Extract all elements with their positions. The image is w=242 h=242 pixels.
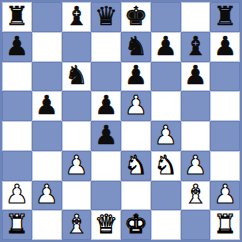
square-e7[interactable]: ♞ — [121, 32, 151, 62]
piece-white-bishop: ♝ — [184, 181, 207, 207]
square-a2[interactable]: ♟ — [2, 181, 32, 211]
square-e4[interactable] — [121, 121, 151, 151]
square-g8[interactable] — [181, 2, 211, 32]
square-d4[interactable]: ♟ — [91, 121, 121, 151]
piece-black-pawn: ♟ — [154, 33, 177, 59]
square-a4[interactable] — [2, 121, 32, 151]
square-g2[interactable]: ♝ — [181, 181, 211, 211]
square-h8[interactable]: ♜ — [210, 2, 240, 32]
piece-black-pawn: ♟ — [124, 62, 147, 88]
piece-black-rook: ♜ — [213, 3, 236, 29]
piece-black-pawn: ♟ — [35, 92, 58, 118]
chess-board: ♜♝♛♚♜♟♞♟♝♟♞♟♟♟♟♟♟♟♟♞♞♟♟♟♝♟♜♝♛♚♜ — [0, 0, 242, 242]
square-b5[interactable]: ♟ — [32, 91, 62, 121]
square-f6[interactable] — [151, 62, 181, 92]
piece-black-queen: ♛ — [94, 3, 117, 29]
piece-white-pawn: ♟ — [184, 152, 207, 178]
piece-black-pawn: ♟ — [184, 62, 207, 88]
square-a3[interactable] — [2, 151, 32, 181]
square-b2[interactable]: ♟ — [32, 181, 62, 211]
square-f8[interactable] — [151, 2, 181, 32]
piece-black-pawn: ♟ — [213, 33, 236, 59]
square-c7[interactable] — [62, 32, 92, 62]
piece-black-pawn: ♟ — [94, 92, 117, 118]
piece-white-knight: ♞ — [124, 152, 147, 178]
piece-white-knight: ♞ — [154, 152, 177, 178]
square-c6[interactable]: ♞ — [62, 62, 92, 92]
square-d2[interactable] — [91, 181, 121, 211]
square-e8[interactable]: ♚ — [121, 2, 151, 32]
square-h4[interactable] — [210, 121, 240, 151]
piece-white-queen: ♛ — [94, 211, 117, 237]
piece-black-bishop: ♝ — [184, 33, 207, 59]
square-g1[interactable] — [181, 210, 211, 240]
piece-white-pawn: ♟ — [5, 181, 28, 207]
square-h2[interactable]: ♟ — [210, 181, 240, 211]
square-e5[interactable]: ♟ — [121, 91, 151, 121]
square-c1[interactable]: ♝ — [62, 210, 92, 240]
square-b7[interactable] — [32, 32, 62, 62]
square-f1[interactable] — [151, 210, 181, 240]
square-h1[interactable]: ♜ — [210, 210, 240, 240]
piece-white-pawn: ♟ — [213, 181, 236, 207]
square-g4[interactable] — [181, 121, 211, 151]
piece-black-pawn: ♟ — [5, 33, 28, 59]
square-g6[interactable]: ♟ — [181, 62, 211, 92]
square-e3[interactable]: ♞ — [121, 151, 151, 181]
piece-black-rook: ♜ — [5, 3, 28, 29]
piece-white-rook: ♜ — [5, 211, 28, 237]
square-h5[interactable] — [210, 91, 240, 121]
square-h3[interactable] — [210, 151, 240, 181]
square-d6[interactable] — [91, 62, 121, 92]
piece-black-knight: ♞ — [124, 33, 147, 59]
piece-white-king: ♚ — [124, 211, 147, 237]
square-f4[interactable]: ♟ — [151, 121, 181, 151]
square-f3[interactable]: ♞ — [151, 151, 181, 181]
square-d3[interactable] — [91, 151, 121, 181]
square-d5[interactable]: ♟ — [91, 91, 121, 121]
square-c5[interactable] — [62, 91, 92, 121]
square-a6[interactable] — [2, 62, 32, 92]
square-b8[interactable] — [32, 2, 62, 32]
piece-white-pawn: ♟ — [35, 181, 58, 207]
square-d7[interactable] — [91, 32, 121, 62]
square-a5[interactable] — [2, 91, 32, 121]
square-b4[interactable] — [32, 121, 62, 151]
square-c2[interactable] — [62, 181, 92, 211]
piece-black-king: ♚ — [124, 3, 147, 29]
square-g3[interactable]: ♟ — [181, 151, 211, 181]
square-c4[interactable] — [62, 121, 92, 151]
piece-white-pawn: ♟ — [154, 122, 177, 148]
square-d8[interactable]: ♛ — [91, 2, 121, 32]
piece-black-pawn: ♟ — [94, 122, 117, 148]
square-b1[interactable] — [32, 210, 62, 240]
square-g7[interactable]: ♝ — [181, 32, 211, 62]
square-b6[interactable] — [32, 62, 62, 92]
square-a7[interactable]: ♟ — [2, 32, 32, 62]
square-a8[interactable]: ♜ — [2, 2, 32, 32]
piece-white-rook: ♜ — [213, 211, 236, 237]
square-h6[interactable] — [210, 62, 240, 92]
square-c8[interactable]: ♝ — [62, 2, 92, 32]
square-d1[interactable]: ♛ — [91, 210, 121, 240]
piece-black-bishop: ♝ — [65, 3, 88, 29]
piece-white-pawn: ♟ — [65, 152, 88, 178]
piece-black-knight: ♞ — [65, 62, 88, 88]
square-e1[interactable]: ♚ — [121, 210, 151, 240]
piece-white-pawn: ♟ — [124, 92, 147, 118]
square-f5[interactable] — [151, 91, 181, 121]
square-f2[interactable] — [151, 181, 181, 211]
piece-white-bishop: ♝ — [65, 211, 88, 237]
square-e2[interactable] — [121, 181, 151, 211]
square-c3[interactable]: ♟ — [62, 151, 92, 181]
square-b3[interactable] — [32, 151, 62, 181]
square-e6[interactable]: ♟ — [121, 62, 151, 92]
square-a1[interactable]: ♜ — [2, 210, 32, 240]
square-g5[interactable] — [181, 91, 211, 121]
square-f7[interactable]: ♟ — [151, 32, 181, 62]
square-h7[interactable]: ♟ — [210, 32, 240, 62]
